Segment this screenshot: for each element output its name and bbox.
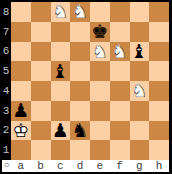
- square-g8[interactable]: [130, 2, 150, 22]
- square-g7[interactable]: [130, 22, 150, 42]
- piece-white-knight-g4[interactable]: ♞♘: [130, 81, 150, 101]
- piece-black-pawn-a3[interactable]: ♟: [11, 101, 31, 121]
- white-to-move-indicator: ○: [2, 160, 11, 172]
- square-g2[interactable]: [130, 121, 150, 141]
- piece-glyph-outline: ♔: [11, 121, 31, 141]
- piece-black-pawn-c2[interactable]: ♟: [51, 121, 71, 141]
- square-h2[interactable]: [149, 121, 169, 141]
- square-d6[interactable]: [70, 42, 90, 62]
- square-f3[interactable]: [110, 101, 130, 121]
- square-d1[interactable]: [70, 140, 90, 160]
- square-c7[interactable]: [51, 22, 71, 42]
- piece-glyph: ♟: [11, 101, 31, 121]
- file-label-a: a: [11, 160, 31, 172]
- square-d3[interactable]: [70, 101, 90, 121]
- square-e8[interactable]: [90, 2, 110, 22]
- piece-glyph: ♟: [51, 121, 71, 141]
- file-label-b: b: [31, 160, 51, 172]
- square-g4[interactable]: ♞♘: [130, 81, 150, 101]
- square-f7[interactable]: [110, 22, 130, 42]
- rank-labels: 87654321: [1, 2, 11, 160]
- square-f5[interactable]: [110, 61, 130, 81]
- square-b1[interactable]: [31, 140, 51, 160]
- file-label-h: h: [149, 160, 169, 172]
- square-f4[interactable]: [110, 81, 130, 101]
- square-b7[interactable]: [31, 22, 51, 42]
- square-c1[interactable]: [51, 140, 71, 160]
- square-e3[interactable]: [90, 101, 110, 121]
- file-labels: abcdefgh: [11, 160, 169, 172]
- square-h5[interactable]: [149, 61, 169, 81]
- piece-glyph-outline: ♘: [70, 2, 90, 22]
- piece-black-king-e7[interactable]: ♚: [90, 22, 110, 42]
- square-h1[interactable]: [149, 140, 169, 160]
- square-d7[interactable]: [70, 22, 90, 42]
- square-c4[interactable]: [51, 81, 71, 101]
- chess-diagram: 87654321 ♞♘♞♘♚♞♘♞♘♝♝♞♘♟♚♔♟♞ ○ abcdefgh: [0, 0, 172, 174]
- piece-glyph: ♚: [90, 22, 110, 42]
- rank-label-7: 7: [1, 22, 11, 42]
- square-b2[interactable]: [31, 121, 51, 141]
- square-f6[interactable]: ♞♘: [110, 42, 130, 62]
- square-b8[interactable]: [31, 2, 51, 22]
- square-d2[interactable]: ♞: [70, 121, 90, 141]
- square-h8[interactable]: [149, 2, 169, 22]
- square-a1[interactable]: [11, 140, 31, 160]
- square-a3[interactable]: ♟: [11, 101, 31, 121]
- square-d4[interactable]: [70, 81, 90, 101]
- square-e6[interactable]: ♞♘: [90, 42, 110, 62]
- coordinate-strip: ○ abcdefgh: [2, 160, 169, 172]
- square-d5[interactable]: [70, 61, 90, 81]
- square-d8[interactable]: ♞♘: [70, 2, 90, 22]
- square-a5[interactable]: [11, 61, 31, 81]
- square-c5[interactable]: ♝: [51, 61, 71, 81]
- square-g5[interactable]: [130, 61, 150, 81]
- piece-glyph-outline: ♘: [110, 42, 130, 62]
- rank-label-3: 3: [1, 101, 11, 121]
- piece-black-bishop-c5[interactable]: ♝: [51, 61, 71, 81]
- square-f8[interactable]: [110, 2, 130, 22]
- file-label-g: g: [130, 160, 150, 172]
- rank-label-8: 8: [1, 2, 11, 22]
- square-c3[interactable]: [51, 101, 71, 121]
- piece-white-knight-c8[interactable]: ♞♘: [51, 2, 71, 22]
- square-e2[interactable]: [90, 121, 110, 141]
- piece-black-knight-d2[interactable]: ♞: [70, 121, 90, 141]
- square-h4[interactable]: [149, 81, 169, 101]
- piece-white-king-a2[interactable]: ♚♔: [11, 121, 31, 141]
- piece-glyph: ♝: [51, 61, 71, 81]
- square-b4[interactable]: [31, 81, 51, 101]
- square-e5[interactable]: [90, 61, 110, 81]
- square-e7[interactable]: ♚: [90, 22, 110, 42]
- piece-glyph-outline: ♘: [130, 81, 150, 101]
- square-g3[interactable]: [130, 101, 150, 121]
- square-f1[interactable]: [110, 140, 130, 160]
- piece-glyph: ♞: [70, 121, 90, 141]
- file-label-c: c: [51, 160, 71, 172]
- piece-glyph: ♝: [130, 42, 150, 62]
- file-label-d: d: [70, 160, 90, 172]
- piece-glyph-outline: ♘: [51, 2, 71, 22]
- square-c6[interactable]: [51, 42, 71, 62]
- square-f2[interactable]: [110, 121, 130, 141]
- piece-white-knight-e6[interactable]: ♞♘: [90, 42, 110, 62]
- square-b5[interactable]: [31, 61, 51, 81]
- square-a6[interactable]: [11, 42, 31, 62]
- square-b6[interactable]: [31, 42, 51, 62]
- square-a2[interactable]: ♚♔: [11, 121, 31, 141]
- square-e4[interactable]: [90, 81, 110, 101]
- rank-label-4: 4: [1, 81, 11, 101]
- square-h6[interactable]: [149, 42, 169, 62]
- square-b3[interactable]: [31, 101, 51, 121]
- square-c2[interactable]: ♟: [51, 121, 71, 141]
- piece-glyph-outline: ♘: [90, 42, 110, 62]
- board: ♞♘♞♘♚♞♘♞♘♝♝♞♘♟♚♔♟♞: [11, 2, 169, 160]
- square-e1[interactable]: [90, 140, 110, 160]
- square-h3[interactable]: [149, 101, 169, 121]
- piece-white-knight-d8[interactable]: ♞♘: [70, 2, 90, 22]
- square-c8[interactable]: ♞♘: [51, 2, 71, 22]
- piece-black-bishop-g6[interactable]: ♝: [130, 42, 150, 62]
- square-g1[interactable]: [130, 140, 150, 160]
- rank-label-6: 6: [1, 42, 11, 62]
- square-a4[interactable]: [11, 81, 31, 101]
- square-a8[interactable]: [11, 2, 31, 22]
- rank-label-2: 2: [1, 121, 11, 141]
- square-g6[interactable]: ♝: [130, 42, 150, 62]
- square-a7[interactable]: [11, 22, 31, 42]
- file-label-e: e: [90, 160, 110, 172]
- rank-label-1: 1: [1, 140, 11, 160]
- file-label-f: f: [110, 160, 130, 172]
- rank-label-5: 5: [1, 61, 11, 81]
- square-h7[interactable]: [149, 22, 169, 42]
- piece-white-knight-f6[interactable]: ♞♘: [110, 42, 130, 62]
